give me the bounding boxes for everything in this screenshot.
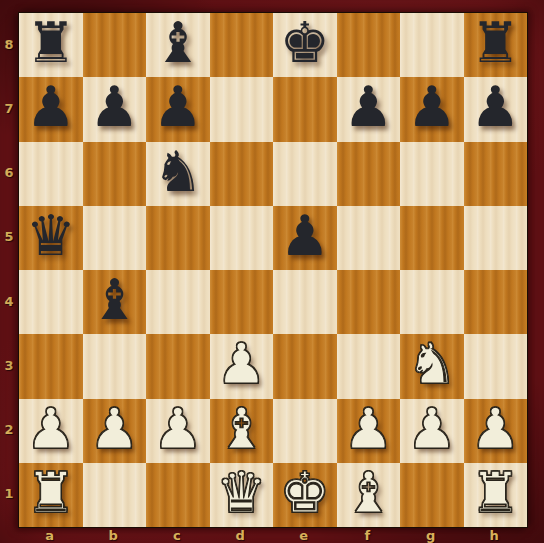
piece-white-pawn[interactable]: ♟ bbox=[26, 401, 76, 457]
square-g7[interactable]: ♟ bbox=[400, 77, 464, 141]
piece-black-knight[interactable]: ♞ bbox=[153, 144, 203, 200]
piece-white-king[interactable]: ♚ bbox=[280, 465, 330, 521]
square-f7[interactable]: ♟ bbox=[337, 77, 401, 141]
square-e2[interactable] bbox=[273, 399, 337, 463]
piece-white-pawn[interactable]: ♟ bbox=[343, 401, 393, 457]
square-f4[interactable] bbox=[337, 270, 401, 334]
square-c4[interactable] bbox=[146, 270, 210, 334]
square-c1[interactable] bbox=[146, 463, 210, 527]
square-h2[interactable]: ♟ bbox=[464, 399, 528, 463]
square-h4[interactable] bbox=[464, 270, 528, 334]
square-e6[interactable] bbox=[273, 142, 337, 206]
rank-label-1: 1 bbox=[0, 462, 18, 526]
piece-white-pawn[interactable]: ♟ bbox=[153, 401, 203, 457]
piece-black-pawn[interactable]: ♟ bbox=[153, 79, 203, 135]
piece-white-pawn[interactable]: ♟ bbox=[216, 336, 266, 392]
square-a8[interactable]: ♜ bbox=[19, 13, 83, 77]
piece-white-pawn[interactable]: ♟ bbox=[89, 401, 139, 457]
square-a6[interactable] bbox=[19, 142, 83, 206]
square-f3[interactable] bbox=[337, 334, 401, 398]
square-d2[interactable]: ♝ bbox=[210, 399, 274, 463]
piece-black-pawn[interactable]: ♟ bbox=[89, 79, 139, 135]
file-labels: abcdefgh bbox=[18, 527, 526, 543]
square-d4[interactable] bbox=[210, 270, 274, 334]
file-label-g: g bbox=[399, 527, 463, 543]
piece-black-queen[interactable]: ♛ bbox=[26, 208, 76, 264]
square-a7[interactable]: ♟ bbox=[19, 77, 83, 141]
piece-black-pawn[interactable]: ♟ bbox=[470, 79, 520, 135]
square-h6[interactable] bbox=[464, 142, 528, 206]
square-b4[interactable]: ♝ bbox=[83, 270, 147, 334]
square-c6[interactable]: ♞ bbox=[146, 142, 210, 206]
square-a1[interactable]: ♜ bbox=[19, 463, 83, 527]
square-f2[interactable]: ♟ bbox=[337, 399, 401, 463]
square-b5[interactable] bbox=[83, 206, 147, 270]
square-a2[interactable]: ♟ bbox=[19, 399, 83, 463]
square-c3[interactable] bbox=[146, 334, 210, 398]
rank-label-3: 3 bbox=[0, 333, 18, 397]
square-g8[interactable] bbox=[400, 13, 464, 77]
square-c7[interactable]: ♟ bbox=[146, 77, 210, 141]
file-label-d: d bbox=[209, 527, 273, 543]
square-a3[interactable] bbox=[19, 334, 83, 398]
file-label-c: c bbox=[145, 527, 209, 543]
square-c2[interactable]: ♟ bbox=[146, 399, 210, 463]
square-c5[interactable] bbox=[146, 206, 210, 270]
rank-labels: 87654321 bbox=[0, 12, 18, 526]
piece-white-pawn[interactable]: ♟ bbox=[470, 401, 520, 457]
square-b8[interactable] bbox=[83, 13, 147, 77]
file-label-h: h bbox=[463, 527, 527, 543]
square-g5[interactable] bbox=[400, 206, 464, 270]
chessboard-frame: 87654321 ♜♝♚♜♟♟♟♟♟♟♞♛♟♝♟♞♟♟♟♝♟♟♟♜♛♚♝♜ ab… bbox=[0, 0, 544, 543]
square-e3[interactable] bbox=[273, 334, 337, 398]
piece-black-bishop[interactable]: ♝ bbox=[153, 15, 203, 71]
piece-white-bishop[interactable]: ♝ bbox=[216, 401, 266, 457]
square-h7[interactable]: ♟ bbox=[464, 77, 528, 141]
rank-label-7: 7 bbox=[0, 76, 18, 140]
square-e8[interactable]: ♚ bbox=[273, 13, 337, 77]
rank-label-5: 5 bbox=[0, 205, 18, 269]
square-d5[interactable] bbox=[210, 206, 274, 270]
square-d7[interactable] bbox=[210, 77, 274, 141]
board: ♜♝♚♜♟♟♟♟♟♟♞♛♟♝♟♞♟♟♟♝♟♟♟♜♛♚♝♜ bbox=[18, 12, 528, 528]
square-h1[interactable]: ♜ bbox=[464, 463, 528, 527]
piece-black-rook[interactable]: ♜ bbox=[26, 15, 76, 71]
square-h5[interactable] bbox=[464, 206, 528, 270]
square-b2[interactable]: ♟ bbox=[83, 399, 147, 463]
square-d3[interactable]: ♟ bbox=[210, 334, 274, 398]
piece-black-pawn[interactable]: ♟ bbox=[407, 79, 457, 135]
piece-black-king[interactable]: ♚ bbox=[280, 15, 330, 71]
square-d6[interactable] bbox=[210, 142, 274, 206]
square-f8[interactable] bbox=[337, 13, 401, 77]
square-h3[interactable] bbox=[464, 334, 528, 398]
square-h8[interactable]: ♜ bbox=[464, 13, 528, 77]
piece-black-rook[interactable]: ♜ bbox=[470, 15, 520, 71]
square-g4[interactable] bbox=[400, 270, 464, 334]
square-f6[interactable] bbox=[337, 142, 401, 206]
piece-white-rook[interactable]: ♜ bbox=[470, 465, 520, 521]
square-e5[interactable]: ♟ bbox=[273, 206, 337, 270]
piece-white-knight[interactable]: ♞ bbox=[407, 336, 457, 392]
rank-label-2: 2 bbox=[0, 398, 18, 462]
square-g6[interactable] bbox=[400, 142, 464, 206]
square-d1[interactable]: ♛ bbox=[210, 463, 274, 527]
square-b6[interactable] bbox=[83, 142, 147, 206]
file-label-b: b bbox=[82, 527, 146, 543]
square-a5[interactable]: ♛ bbox=[19, 206, 83, 270]
rank-label-4: 4 bbox=[0, 269, 18, 333]
piece-black-bishop[interactable]: ♝ bbox=[89, 272, 139, 328]
square-f5[interactable] bbox=[337, 206, 401, 270]
square-e1[interactable]: ♚ bbox=[273, 463, 337, 527]
square-b3[interactable] bbox=[83, 334, 147, 398]
piece-black-pawn[interactable]: ♟ bbox=[26, 79, 76, 135]
piece-white-bishop[interactable]: ♝ bbox=[343, 465, 393, 521]
rank-label-8: 8 bbox=[0, 12, 18, 76]
rank-label-6: 6 bbox=[0, 141, 18, 205]
file-label-f: f bbox=[336, 527, 400, 543]
square-g3[interactable]: ♞ bbox=[400, 334, 464, 398]
square-e7[interactable] bbox=[273, 77, 337, 141]
square-e4[interactable] bbox=[273, 270, 337, 334]
square-b1[interactable] bbox=[83, 463, 147, 527]
piece-black-pawn[interactable]: ♟ bbox=[343, 79, 393, 135]
square-g2[interactable]: ♟ bbox=[400, 399, 464, 463]
piece-white-pawn[interactable]: ♟ bbox=[407, 401, 457, 457]
square-a4[interactable] bbox=[19, 270, 83, 334]
file-label-a: a bbox=[18, 527, 82, 543]
piece-black-pawn[interactable]: ♟ bbox=[280, 208, 330, 264]
piece-white-queen[interactable]: ♛ bbox=[216, 465, 266, 521]
file-label-e: e bbox=[272, 527, 336, 543]
square-b7[interactable]: ♟ bbox=[83, 77, 147, 141]
square-g1[interactable] bbox=[400, 463, 464, 527]
square-c8[interactable]: ♝ bbox=[146, 13, 210, 77]
square-d8[interactable] bbox=[210, 13, 274, 77]
square-f1[interactable]: ♝ bbox=[337, 463, 401, 527]
piece-white-rook[interactable]: ♜ bbox=[26, 465, 76, 521]
